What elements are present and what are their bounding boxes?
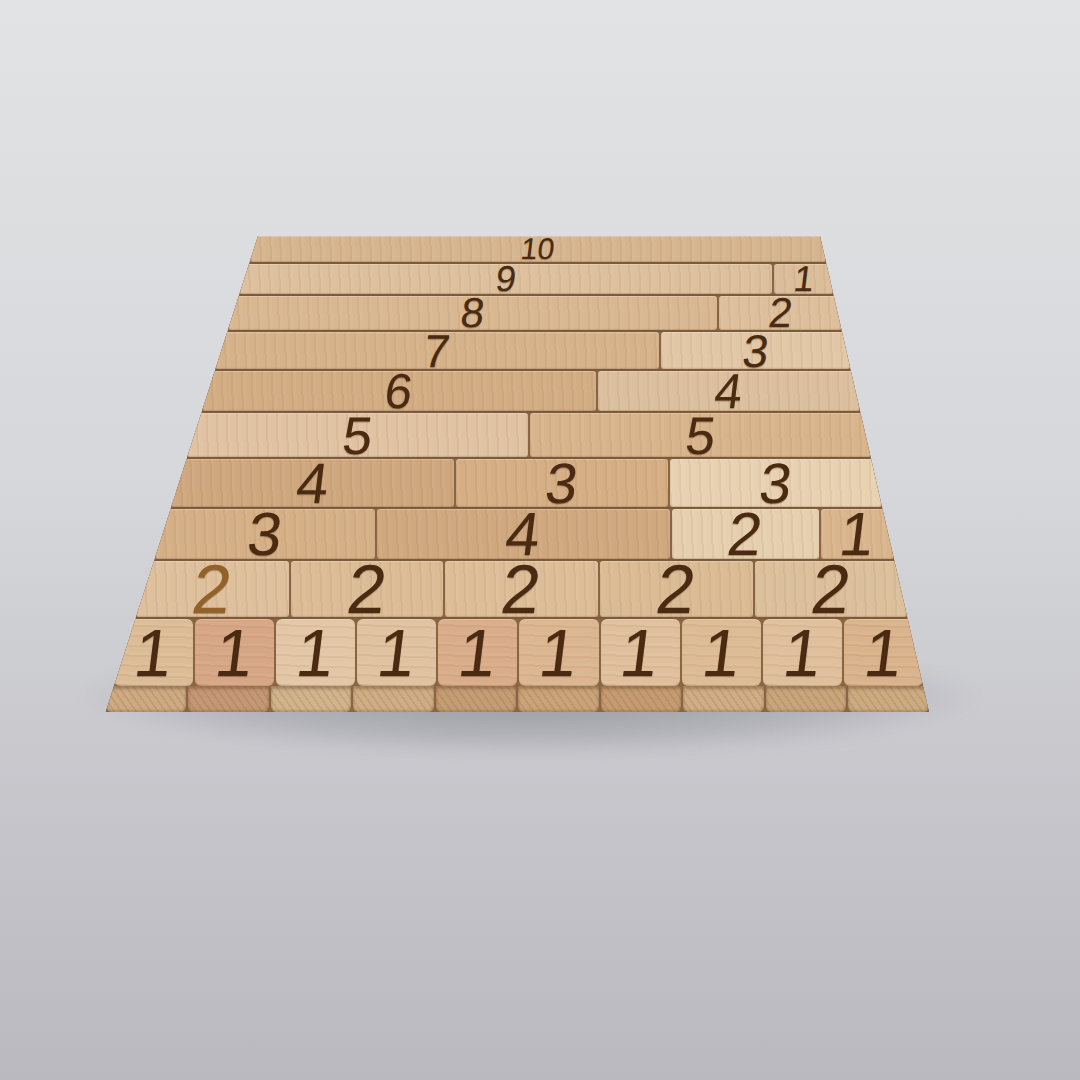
rod-number-label: 1 bbox=[455, 619, 500, 686]
row-7: 433 bbox=[171, 459, 882, 507]
rod-number-label: 1 bbox=[861, 619, 906, 686]
rod-number-label: 1 bbox=[698, 619, 743, 686]
cube-front-face bbox=[683, 686, 764, 712]
rod-2[interactable]: 2 bbox=[445, 561, 598, 617]
row-5: 64 bbox=[202, 371, 860, 411]
rod-number-label: 3 bbox=[757, 455, 796, 512]
row-1: 10 bbox=[250, 236, 826, 262]
rod-7[interactable]: 7 bbox=[215, 332, 658, 369]
rod-2[interactable]: 2 bbox=[719, 296, 841, 330]
rod-5[interactable]: 5 bbox=[187, 413, 528, 457]
rod-number-label: 2 bbox=[807, 555, 854, 624]
cube-1[interactable]: 1 bbox=[114, 619, 193, 686]
rod-2[interactable]: 2 bbox=[291, 561, 444, 617]
rod-2[interactable]: 2 bbox=[600, 561, 753, 617]
row-4: 73 bbox=[215, 332, 850, 369]
rod-number-label: 1 bbox=[293, 619, 338, 686]
rod-number-label: 10 bbox=[519, 234, 556, 264]
rod-number-label: 2 bbox=[344, 555, 391, 624]
rod-number-label: 1 bbox=[837, 504, 878, 565]
row-8: 3421 bbox=[155, 509, 894, 559]
cube-1[interactable]: 1 bbox=[195, 619, 274, 686]
rod-number-label: 3 bbox=[740, 328, 771, 374]
rod-number-label: 3 bbox=[543, 455, 582, 512]
rod-6[interactable]: 6 bbox=[202, 371, 596, 411]
rod-number-label: 2 bbox=[189, 555, 236, 624]
rod-3[interactable]: 3 bbox=[661, 332, 851, 369]
rod-2[interactable]: 2 bbox=[755, 561, 908, 617]
rod-number-label: 3 bbox=[244, 504, 285, 565]
cube-1[interactable]: 1 bbox=[844, 619, 923, 686]
rod-number-label: 1 bbox=[780, 619, 825, 686]
rod-number-label: 7 bbox=[421, 328, 452, 374]
rod-number-label: 9 bbox=[494, 261, 518, 297]
rod-3[interactable]: 3 bbox=[155, 509, 375, 559]
row-10: 1111111111 bbox=[114, 619, 923, 686]
rod-number-label: 1 bbox=[212, 619, 257, 686]
rod-number-label: 1 bbox=[131, 619, 176, 686]
cube-1[interactable]: 1 bbox=[519, 619, 598, 686]
rod-number-label: 8 bbox=[458, 292, 487, 334]
rod-4[interactable]: 4 bbox=[171, 459, 454, 507]
rod-3[interactable]: 3 bbox=[670, 459, 882, 507]
rod-4[interactable]: 4 bbox=[598, 371, 860, 411]
rod-number-label: 1 bbox=[791, 261, 815, 297]
cube-1[interactable]: 1 bbox=[438, 619, 517, 686]
cube-front-faces bbox=[106, 686, 929, 712]
cube-front-face bbox=[353, 686, 434, 712]
rod-3[interactable]: 3 bbox=[456, 459, 668, 507]
cube-front-face bbox=[601, 686, 682, 712]
cube-1[interactable]: 1 bbox=[763, 619, 842, 686]
rod-8[interactable]: 8 bbox=[228, 296, 717, 330]
rod-number-label: 2 bbox=[725, 504, 766, 565]
rod-number-label: 4 bbox=[503, 504, 544, 565]
rod-5[interactable]: 5 bbox=[530, 413, 871, 457]
cube-front-face bbox=[106, 686, 187, 712]
rod-number-label: 5 bbox=[340, 409, 376, 462]
rod-number-label: 5 bbox=[682, 409, 718, 462]
row-6: 55 bbox=[187, 413, 870, 457]
rod-number-label: 2 bbox=[653, 555, 700, 624]
cube-front-face bbox=[518, 686, 599, 712]
photo-scene: 1091827364554333421222221111111111 bbox=[0, 0, 1080, 1080]
rod-number-label: 6 bbox=[382, 367, 415, 416]
rod-1[interactable]: 1 bbox=[774, 264, 833, 294]
rod-9[interactable]: 9 bbox=[239, 264, 772, 294]
cube-1[interactable]: 1 bbox=[276, 619, 355, 686]
rod-number-label: 1 bbox=[536, 619, 581, 686]
rod-number-label: 4 bbox=[712, 367, 745, 416]
rod-number-label: 2 bbox=[498, 555, 545, 624]
row-9: 22222 bbox=[136, 561, 907, 617]
rod-2[interactable]: 2 bbox=[136, 561, 289, 617]
cube-front-face bbox=[436, 686, 517, 712]
rod-number-label: 1 bbox=[374, 619, 419, 686]
rod-number-label: 2 bbox=[766, 292, 795, 334]
row-2: 91 bbox=[239, 264, 833, 294]
cube-1[interactable]: 1 bbox=[682, 619, 761, 686]
cube-front-face bbox=[766, 686, 847, 712]
rod-number-label: 4 bbox=[293, 455, 332, 512]
rod-4[interactable]: 4 bbox=[377, 509, 670, 559]
cube-front-face bbox=[188, 686, 269, 712]
cube-front-face bbox=[271, 686, 352, 712]
rod-2[interactable]: 2 bbox=[672, 509, 819, 559]
cube-1[interactable]: 1 bbox=[357, 619, 436, 686]
row-3: 82 bbox=[228, 296, 842, 330]
rod-number-label: 1 bbox=[617, 619, 662, 686]
cube-front-face bbox=[848, 686, 929, 712]
rod-1[interactable]: 1 bbox=[821, 509, 894, 559]
cube-1[interactable]: 1 bbox=[601, 619, 680, 686]
rod-10[interactable]: 10 bbox=[250, 236, 826, 262]
